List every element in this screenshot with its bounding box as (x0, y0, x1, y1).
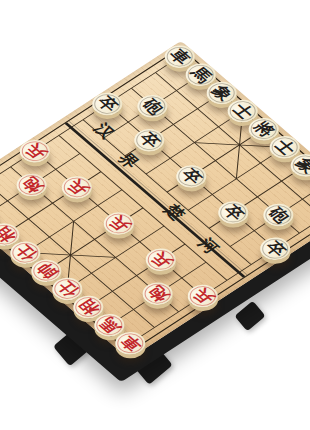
piece-glyph: 卒 (94, 94, 121, 114)
piece-glyph: 象 (208, 83, 235, 103)
piece-glyph: 兵 (147, 250, 174, 270)
piece-glyph: 象 (292, 155, 310, 175)
piece-glyph: 車 (166, 47, 193, 67)
xiangqi-board: 汉界楚河 車馬相仕帥仕相馬車炮炮兵兵兵兵兵車馬象士將士象馬車砲砲卒卒卒卒卒 (0, 41, 310, 359)
piece-glyph: 馬 (187, 65, 214, 85)
piece-glyph: 炮 (18, 175, 45, 195)
piece-glyph: 卒 (220, 203, 247, 223)
piece-glyph: 炮 (144, 284, 171, 304)
piece-glyph: 卒 (262, 239, 289, 259)
piece-glyph: 砲 (139, 96, 166, 116)
piece-glyph: 兵 (63, 177, 90, 197)
piece-glyph: 相 (75, 297, 102, 317)
piece-glyph: 兵 (105, 214, 132, 234)
piece-glyph: 帥 (33, 261, 60, 281)
piece-glyph: 相 (0, 225, 18, 245)
piece-glyph: 士 (229, 101, 256, 121)
piece-glyph: 卒 (178, 166, 205, 186)
piece-glyph: 馬 (96, 315, 123, 335)
piece-glyph: 車 (117, 333, 144, 353)
piece-glyph: 卒 (136, 130, 163, 150)
board-grid (0, 41, 310, 359)
piece-glyph: 兵 (21, 141, 48, 161)
piece-glyph: 士 (271, 137, 298, 157)
board-base-foot (234, 301, 265, 332)
piece-glyph: 仕 (12, 243, 39, 263)
piece-glyph: 將 (250, 119, 277, 139)
piece-glyph: 仕 (54, 279, 81, 299)
piece-glyph: 兵 (189, 286, 216, 306)
piece-glyph: 砲 (265, 205, 292, 225)
xiangqi-product-photo: 汉界楚河 車馬相仕帥仕相馬車炮炮兵兵兵兵兵車馬象士將士象馬車砲砲卒卒卒卒卒 (0, 0, 310, 430)
board-base-foot (53, 328, 92, 367)
